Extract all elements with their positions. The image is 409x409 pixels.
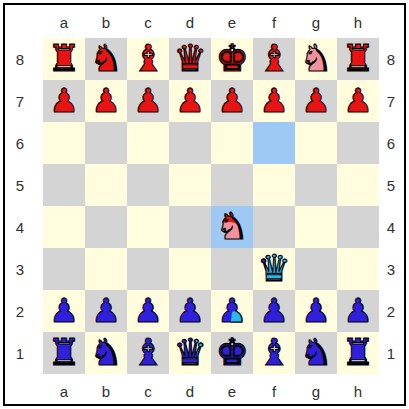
square-g3[interactable]: [295, 248, 337, 290]
piece-blue-bishop[interactable]: ♝: [253, 332, 295, 374]
square-f6[interactable]: [253, 122, 295, 164]
square-f1[interactable]: ♝: [253, 332, 295, 374]
square-h6[interactable]: [337, 122, 379, 164]
file-label-g: g: [295, 8, 337, 36]
piece-red-king[interactable]: ♚: [211, 38, 253, 80]
rank-label-6: 6: [6, 122, 34, 164]
square-e5[interactable]: [211, 164, 253, 206]
piece-blue-knight[interactable]: ♞: [295, 332, 337, 374]
file-label-b: b: [85, 8, 127, 36]
piece-blue-pawn[interactable]: ♟: [295, 290, 337, 332]
square-h5[interactable]: [337, 164, 379, 206]
square-e2[interactable]: ♟♟: [211, 290, 253, 332]
square-d1[interactable]: ♛♛: [169, 332, 211, 374]
file-label-h: h: [337, 377, 379, 405]
piece-red-bishop[interactable]: ♝: [127, 38, 169, 80]
square-c4[interactable]: [127, 206, 169, 248]
piece-blue-knight[interactable]: ♞: [85, 332, 127, 374]
square-e8[interactable]: ♚: [211, 38, 253, 80]
piece-red-pawn[interactable]: ♟: [337, 80, 379, 122]
square-g6[interactable]: [295, 122, 337, 164]
square-b2[interactable]: ♟: [85, 290, 127, 332]
square-a5[interactable]: [43, 164, 85, 206]
square-h7[interactable]: ♟: [337, 80, 379, 122]
piece-red-rook[interactable]: ♜: [337, 38, 379, 80]
rank-label-5: 5: [377, 164, 405, 206]
square-g4[interactable]: [295, 206, 337, 248]
file-label-e: e: [211, 377, 253, 405]
file-label-f: f: [253, 8, 295, 36]
square-f4[interactable]: [253, 206, 295, 248]
piece-red-bishop[interactable]: ♝: [253, 38, 295, 80]
piece-blue-pawn[interactable]: ♟: [169, 290, 211, 332]
piece-blue-rook[interactable]: ♜: [43, 332, 85, 374]
rank-label-1: 1: [377, 332, 405, 374]
rank-label-3: 3: [6, 248, 34, 290]
file-labels-top: abcdefgh: [43, 8, 379, 36]
rank-label-7: 7: [377, 80, 405, 122]
square-e3[interactable]: [211, 248, 253, 290]
square-g2[interactable]: ♟: [295, 290, 337, 332]
rank-label-4: 4: [6, 206, 34, 248]
square-f5[interactable]: [253, 164, 295, 206]
piece-blue-rook[interactable]: ♜: [337, 332, 379, 374]
piece-red-pawn[interactable]: ♟: [85, 80, 127, 122]
piece-red-rook[interactable]: ♜: [43, 38, 85, 80]
file-label-d: d: [169, 8, 211, 36]
square-f2[interactable]: ♟: [253, 290, 295, 332]
file-label-a: a: [43, 377, 85, 405]
square-a6[interactable]: [43, 122, 85, 164]
rank-label-8: 8: [377, 38, 405, 80]
square-b8[interactable]: ♞: [85, 38, 127, 80]
piece-blue-king[interactable]: ♚: [211, 332, 253, 374]
square-b7[interactable]: ♟: [85, 80, 127, 122]
square-d5[interactable]: [169, 164, 211, 206]
piece-red-knight[interactable]: ♞: [85, 38, 127, 80]
file-label-b: b: [85, 377, 127, 405]
rank-label-8: 8: [6, 38, 34, 80]
piece-blue-bishop[interactable]: ♝: [127, 332, 169, 374]
piece-red-pawn[interactable]: ♟: [295, 80, 337, 122]
piece-red-pawn[interactable]: ♟: [253, 80, 295, 122]
piece-red-pawn[interactable]: ♟: [211, 80, 253, 122]
square-b5[interactable]: [85, 164, 127, 206]
file-label-f: f: [253, 377, 295, 405]
square-b6[interactable]: [85, 122, 127, 164]
square-e7[interactable]: ♟: [211, 80, 253, 122]
square-c1[interactable]: ♝: [127, 332, 169, 374]
square-a8[interactable]: ♜: [43, 38, 85, 80]
square-e6[interactable]: [211, 122, 253, 164]
file-labels-bottom: abcdefgh: [43, 377, 379, 405]
piece-blue-pawn[interactable]: ♟: [337, 290, 379, 332]
square-g7[interactable]: ♟: [295, 80, 337, 122]
square-f8[interactable]: ♝: [253, 38, 295, 80]
square-c5[interactable]: [127, 164, 169, 206]
square-a1[interactable]: ♜: [43, 332, 85, 374]
square-g8[interactable]: ♞♞: [295, 38, 337, 80]
square-d4[interactable]: [169, 206, 211, 248]
square-d2[interactable]: ♟: [169, 290, 211, 332]
square-b1[interactable]: ♞: [85, 332, 127, 374]
square-c7[interactable]: ♟: [127, 80, 169, 122]
file-label-c: c: [127, 377, 169, 405]
file-label-c: c: [127, 8, 169, 36]
rank-label-7: 7: [6, 80, 34, 122]
rank-label-3: 3: [377, 248, 405, 290]
square-f3[interactable]: ♛♛: [253, 248, 295, 290]
square-g1[interactable]: ♞: [295, 332, 337, 374]
piece-red-pawn[interactable]: ♟: [169, 80, 211, 122]
rank-label-6: 6: [377, 122, 405, 164]
square-d6[interactable]: [169, 122, 211, 164]
file-label-a: a: [43, 8, 85, 36]
square-a7[interactable]: ♟: [43, 80, 85, 122]
square-g5[interactable]: [295, 164, 337, 206]
square-d3[interactable]: [169, 248, 211, 290]
rank-label-5: 5: [6, 164, 34, 206]
file-label-e: e: [211, 8, 253, 36]
piece-blue-pawn[interactable]: ♟: [253, 290, 295, 332]
file-label-h: h: [337, 8, 379, 36]
file-label-d: d: [169, 377, 211, 405]
square-h4[interactable]: [337, 206, 379, 248]
square-h1[interactable]: ♜: [337, 332, 379, 374]
square-c6[interactable]: [127, 122, 169, 164]
square-e1[interactable]: ♚: [211, 332, 253, 374]
rank-labels-right: 87654321: [377, 38, 405, 374]
square-c2[interactable]: ♟: [127, 290, 169, 332]
square-a2[interactable]: ♟: [43, 290, 85, 332]
piece-red-queen[interactable]: ♛: [169, 38, 211, 80]
piece-blue-pawn[interactable]: ♟: [127, 290, 169, 332]
piece-red-pawn[interactable]: ♟: [127, 80, 169, 122]
square-a3[interactable]: [43, 248, 85, 290]
square-b4[interactable]: [85, 206, 127, 248]
rank-label-2: 2: [6, 290, 34, 332]
chess-board: ♜♞♝♛♚♝♞♞♜♟♟♟♟♟♟♟♟♞♞♛♛♟♟♟♟♟♟♟♟♟♜♞♝♛♛♚♝♞♜: [43, 38, 379, 374]
rank-label-2: 2: [377, 290, 405, 332]
square-c8[interactable]: ♝: [127, 38, 169, 80]
square-a4[interactable]: [43, 206, 85, 248]
square-h2[interactable]: ♟: [337, 290, 379, 332]
square-d7[interactable]: ♟: [169, 80, 211, 122]
square-f7[interactable]: ♟: [253, 80, 295, 122]
piece-red-pawn[interactable]: ♟: [43, 80, 85, 122]
square-b3[interactable]: [85, 248, 127, 290]
square-d8[interactable]: ♛: [169, 38, 211, 80]
square-h3[interactable]: [337, 248, 379, 290]
square-c3[interactable]: [127, 248, 169, 290]
rank-labels-left: 87654321: [6, 38, 34, 374]
square-h8[interactable]: ♜: [337, 38, 379, 80]
rank-label-1: 1: [6, 332, 34, 374]
piece-blue-pawn[interactable]: ♟: [85, 290, 127, 332]
square-e4[interactable]: ♞♞: [211, 206, 253, 248]
file-label-g: g: [295, 377, 337, 405]
rank-label-4: 4: [377, 206, 405, 248]
piece-blue-pawn[interactable]: ♟: [43, 290, 85, 332]
